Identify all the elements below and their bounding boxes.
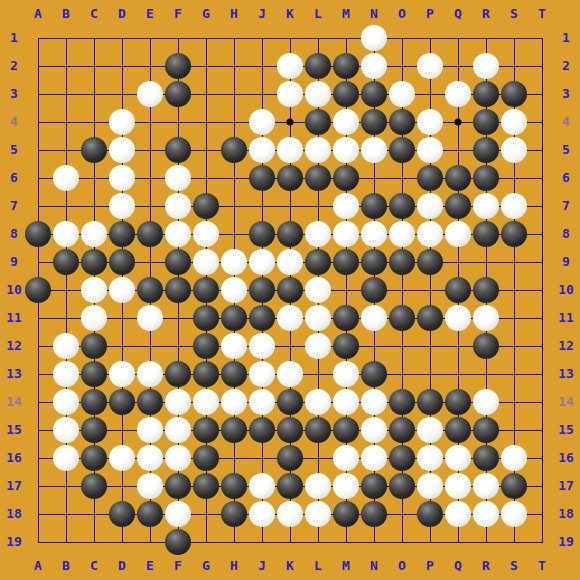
point-K16[interactable] <box>276 444 304 472</box>
point-N11[interactable] <box>360 304 388 332</box>
point-T5[interactable] <box>528 136 556 164</box>
point-A12[interactable] <box>24 332 52 360</box>
point-Q5[interactable] <box>444 136 472 164</box>
point-R4[interactable] <box>472 108 500 136</box>
point-L2[interactable] <box>304 52 332 80</box>
point-M2[interactable] <box>332 52 360 80</box>
point-C17[interactable] <box>80 472 108 500</box>
point-E15[interactable] <box>136 416 164 444</box>
point-N16[interactable] <box>360 444 388 472</box>
point-G3[interactable] <box>192 80 220 108</box>
point-B7[interactable] <box>52 192 80 220</box>
point-P10[interactable] <box>416 276 444 304</box>
point-J17[interactable] <box>248 472 276 500</box>
point-E5[interactable] <box>136 136 164 164</box>
point-E11[interactable] <box>136 304 164 332</box>
point-G8[interactable] <box>192 220 220 248</box>
point-K5[interactable] <box>276 136 304 164</box>
point-B14[interactable] <box>52 388 80 416</box>
point-Q6[interactable] <box>444 164 472 192</box>
point-K8[interactable] <box>276 220 304 248</box>
point-J8[interactable] <box>248 220 276 248</box>
point-G11[interactable] <box>192 304 220 332</box>
point-P11[interactable] <box>416 304 444 332</box>
point-G6[interactable] <box>192 164 220 192</box>
point-J16[interactable] <box>248 444 276 472</box>
point-H12[interactable] <box>220 332 248 360</box>
point-M12[interactable] <box>332 332 360 360</box>
point-Q3[interactable] <box>444 80 472 108</box>
point-P13[interactable] <box>416 360 444 388</box>
point-A18[interactable] <box>24 500 52 528</box>
point-G16[interactable] <box>192 444 220 472</box>
point-H7[interactable] <box>220 192 248 220</box>
point-J5[interactable] <box>248 136 276 164</box>
point-C9[interactable] <box>80 248 108 276</box>
point-E9[interactable] <box>136 248 164 276</box>
point-H11[interactable] <box>220 304 248 332</box>
point-C7[interactable] <box>80 192 108 220</box>
point-R15[interactable] <box>472 416 500 444</box>
point-L8[interactable] <box>304 220 332 248</box>
point-A14[interactable] <box>24 388 52 416</box>
point-Q9[interactable] <box>444 248 472 276</box>
point-M18[interactable] <box>332 500 360 528</box>
point-L14[interactable] <box>304 388 332 416</box>
point-O9[interactable] <box>388 248 416 276</box>
point-O7[interactable] <box>388 192 416 220</box>
point-M19[interactable] <box>332 528 360 556</box>
point-B6[interactable] <box>52 164 80 192</box>
point-H6[interactable] <box>220 164 248 192</box>
point-S11[interactable] <box>500 304 528 332</box>
point-T3[interactable] <box>528 80 556 108</box>
point-O16[interactable] <box>388 444 416 472</box>
point-D3[interactable] <box>108 80 136 108</box>
point-M1[interactable] <box>332 24 360 52</box>
point-K19[interactable] <box>276 528 304 556</box>
point-T2[interactable] <box>528 52 556 80</box>
point-S2[interactable] <box>500 52 528 80</box>
point-D15[interactable] <box>108 416 136 444</box>
point-J1[interactable] <box>248 24 276 52</box>
point-T7[interactable] <box>528 192 556 220</box>
point-S7[interactable] <box>500 192 528 220</box>
point-T1[interactable] <box>528 24 556 52</box>
point-S15[interactable] <box>500 416 528 444</box>
point-P4[interactable] <box>416 108 444 136</box>
point-N14[interactable] <box>360 388 388 416</box>
point-E17[interactable] <box>136 472 164 500</box>
point-S16[interactable] <box>500 444 528 472</box>
point-C19[interactable] <box>80 528 108 556</box>
point-P2[interactable] <box>416 52 444 80</box>
point-N3[interactable] <box>360 80 388 108</box>
point-S8[interactable] <box>500 220 528 248</box>
point-L6[interactable] <box>304 164 332 192</box>
point-L10[interactable] <box>304 276 332 304</box>
point-N2[interactable] <box>360 52 388 80</box>
point-K7[interactable] <box>276 192 304 220</box>
point-O11[interactable] <box>388 304 416 332</box>
point-Q15[interactable] <box>444 416 472 444</box>
point-C4[interactable] <box>80 108 108 136</box>
point-E19[interactable] <box>136 528 164 556</box>
point-L16[interactable] <box>304 444 332 472</box>
point-D17[interactable] <box>108 472 136 500</box>
point-G19[interactable] <box>192 528 220 556</box>
point-K12[interactable] <box>276 332 304 360</box>
point-M3[interactable] <box>332 80 360 108</box>
point-M17[interactable] <box>332 472 360 500</box>
point-Q8[interactable] <box>444 220 472 248</box>
point-Q16[interactable] <box>444 444 472 472</box>
point-A2[interactable] <box>24 52 52 80</box>
point-Q13[interactable] <box>444 360 472 388</box>
point-H13[interactable] <box>220 360 248 388</box>
point-E13[interactable] <box>136 360 164 388</box>
point-H14[interactable] <box>220 388 248 416</box>
point-C8[interactable] <box>80 220 108 248</box>
point-L5[interactable] <box>304 136 332 164</box>
point-F2[interactable] <box>164 52 192 80</box>
point-M8[interactable] <box>332 220 360 248</box>
point-S10[interactable] <box>500 276 528 304</box>
point-N15[interactable] <box>360 416 388 444</box>
point-D13[interactable] <box>108 360 136 388</box>
point-C13[interactable] <box>80 360 108 388</box>
point-E2[interactable] <box>136 52 164 80</box>
point-T10[interactable] <box>528 276 556 304</box>
point-R10[interactable] <box>472 276 500 304</box>
point-E8[interactable] <box>136 220 164 248</box>
point-H15[interactable] <box>220 416 248 444</box>
point-M6[interactable] <box>332 164 360 192</box>
point-M15[interactable] <box>332 416 360 444</box>
point-S13[interactable] <box>500 360 528 388</box>
point-O17[interactable] <box>388 472 416 500</box>
point-G17[interactable] <box>192 472 220 500</box>
point-D2[interactable] <box>108 52 136 80</box>
point-S3[interactable] <box>500 80 528 108</box>
point-E6[interactable] <box>136 164 164 192</box>
point-P17[interactable] <box>416 472 444 500</box>
point-S4[interactable] <box>500 108 528 136</box>
point-M7[interactable] <box>332 192 360 220</box>
point-T12[interactable] <box>528 332 556 360</box>
point-S9[interactable] <box>500 248 528 276</box>
point-H16[interactable] <box>220 444 248 472</box>
point-H9[interactable] <box>220 248 248 276</box>
point-Q1[interactable] <box>444 24 472 52</box>
point-L17[interactable] <box>304 472 332 500</box>
point-N9[interactable] <box>360 248 388 276</box>
point-R5[interactable] <box>472 136 500 164</box>
point-H10[interactable] <box>220 276 248 304</box>
point-A3[interactable] <box>24 80 52 108</box>
point-K17[interactable] <box>276 472 304 500</box>
point-F18[interactable] <box>164 500 192 528</box>
point-F3[interactable] <box>164 80 192 108</box>
point-F6[interactable] <box>164 164 192 192</box>
point-D10[interactable] <box>108 276 136 304</box>
point-D11[interactable] <box>108 304 136 332</box>
point-J6[interactable] <box>248 164 276 192</box>
point-G9[interactable] <box>192 248 220 276</box>
point-P5[interactable] <box>416 136 444 164</box>
point-P16[interactable] <box>416 444 444 472</box>
point-Q7[interactable] <box>444 192 472 220</box>
point-G13[interactable] <box>192 360 220 388</box>
point-F14[interactable] <box>164 388 192 416</box>
point-F5[interactable] <box>164 136 192 164</box>
point-H3[interactable] <box>220 80 248 108</box>
point-J15[interactable] <box>248 416 276 444</box>
point-Q12[interactable] <box>444 332 472 360</box>
point-A10[interactable] <box>24 276 52 304</box>
point-L15[interactable] <box>304 416 332 444</box>
point-Q14[interactable] <box>444 388 472 416</box>
point-F17[interactable] <box>164 472 192 500</box>
point-Q2[interactable] <box>444 52 472 80</box>
point-K11[interactable] <box>276 304 304 332</box>
point-M9[interactable] <box>332 248 360 276</box>
point-R11[interactable] <box>472 304 500 332</box>
point-F7[interactable] <box>164 192 192 220</box>
point-H8[interactable] <box>220 220 248 248</box>
point-E7[interactable] <box>136 192 164 220</box>
point-R14[interactable] <box>472 388 500 416</box>
point-L1[interactable] <box>304 24 332 52</box>
point-D8[interactable] <box>108 220 136 248</box>
point-A13[interactable] <box>24 360 52 388</box>
point-R3[interactable] <box>472 80 500 108</box>
point-R8[interactable] <box>472 220 500 248</box>
point-T4[interactable] <box>528 108 556 136</box>
point-M11[interactable] <box>332 304 360 332</box>
point-B3[interactable] <box>52 80 80 108</box>
point-F9[interactable] <box>164 248 192 276</box>
point-D18[interactable] <box>108 500 136 528</box>
point-G15[interactable] <box>192 416 220 444</box>
point-D19[interactable] <box>108 528 136 556</box>
point-O19[interactable] <box>388 528 416 556</box>
point-R7[interactable] <box>472 192 500 220</box>
point-O13[interactable] <box>388 360 416 388</box>
point-A8[interactable] <box>24 220 52 248</box>
point-G14[interactable] <box>192 388 220 416</box>
point-G2[interactable] <box>192 52 220 80</box>
point-G5[interactable] <box>192 136 220 164</box>
point-N13[interactable] <box>360 360 388 388</box>
point-O10[interactable] <box>388 276 416 304</box>
point-B2[interactable] <box>52 52 80 80</box>
point-F15[interactable] <box>164 416 192 444</box>
point-R2[interactable] <box>472 52 500 80</box>
point-N6[interactable] <box>360 164 388 192</box>
point-T14[interactable] <box>528 388 556 416</box>
point-H2[interactable] <box>220 52 248 80</box>
point-A6[interactable] <box>24 164 52 192</box>
point-A11[interactable] <box>24 304 52 332</box>
point-S14[interactable] <box>500 388 528 416</box>
point-O14[interactable] <box>388 388 416 416</box>
point-F11[interactable] <box>164 304 192 332</box>
point-E10[interactable] <box>136 276 164 304</box>
point-Q18[interactable] <box>444 500 472 528</box>
point-T16[interactable] <box>528 444 556 472</box>
point-F12[interactable] <box>164 332 192 360</box>
point-J3[interactable] <box>248 80 276 108</box>
point-J4[interactable] <box>248 108 276 136</box>
point-B10[interactable] <box>52 276 80 304</box>
point-K13[interactable] <box>276 360 304 388</box>
point-O15[interactable] <box>388 416 416 444</box>
point-P14[interactable] <box>416 388 444 416</box>
point-P19[interactable] <box>416 528 444 556</box>
point-K10[interactable] <box>276 276 304 304</box>
point-Q17[interactable] <box>444 472 472 500</box>
point-L9[interactable] <box>304 248 332 276</box>
point-T11[interactable] <box>528 304 556 332</box>
point-R17[interactable] <box>472 472 500 500</box>
point-T13[interactable] <box>528 360 556 388</box>
point-P3[interactable] <box>416 80 444 108</box>
point-G4[interactable] <box>192 108 220 136</box>
point-T18[interactable] <box>528 500 556 528</box>
point-N1[interactable] <box>360 24 388 52</box>
point-O8[interactable] <box>388 220 416 248</box>
point-F19[interactable] <box>164 528 192 556</box>
point-C5[interactable] <box>80 136 108 164</box>
point-L18[interactable] <box>304 500 332 528</box>
point-P7[interactable] <box>416 192 444 220</box>
point-P6[interactable] <box>416 164 444 192</box>
point-H17[interactable] <box>220 472 248 500</box>
point-E14[interactable] <box>136 388 164 416</box>
point-B13[interactable] <box>52 360 80 388</box>
point-T15[interactable] <box>528 416 556 444</box>
point-K2[interactable] <box>276 52 304 80</box>
point-F8[interactable] <box>164 220 192 248</box>
point-L4[interactable] <box>304 108 332 136</box>
point-P12[interactable] <box>416 332 444 360</box>
point-B15[interactable] <box>52 416 80 444</box>
point-O4[interactable] <box>388 108 416 136</box>
point-Q4[interactable] <box>444 108 472 136</box>
point-Q11[interactable] <box>444 304 472 332</box>
point-P8[interactable] <box>416 220 444 248</box>
point-L13[interactable] <box>304 360 332 388</box>
point-R13[interactable] <box>472 360 500 388</box>
point-N5[interactable] <box>360 136 388 164</box>
point-A1[interactable] <box>24 24 52 52</box>
point-P18[interactable] <box>416 500 444 528</box>
point-K14[interactable] <box>276 388 304 416</box>
point-B18[interactable] <box>52 500 80 528</box>
point-D6[interactable] <box>108 164 136 192</box>
point-N19[interactable] <box>360 528 388 556</box>
point-C2[interactable] <box>80 52 108 80</box>
point-H19[interactable] <box>220 528 248 556</box>
point-F10[interactable] <box>164 276 192 304</box>
point-B9[interactable] <box>52 248 80 276</box>
point-B8[interactable] <box>52 220 80 248</box>
point-E16[interactable] <box>136 444 164 472</box>
point-C16[interactable] <box>80 444 108 472</box>
point-D16[interactable] <box>108 444 136 472</box>
point-G12[interactable] <box>192 332 220 360</box>
point-N12[interactable] <box>360 332 388 360</box>
point-F1[interactable] <box>164 24 192 52</box>
point-A16[interactable] <box>24 444 52 472</box>
point-P15[interactable] <box>416 416 444 444</box>
point-A7[interactable] <box>24 192 52 220</box>
point-A5[interactable] <box>24 136 52 164</box>
point-C11[interactable] <box>80 304 108 332</box>
point-J10[interactable] <box>248 276 276 304</box>
point-C12[interactable] <box>80 332 108 360</box>
point-O12[interactable] <box>388 332 416 360</box>
point-E3[interactable] <box>136 80 164 108</box>
point-P9[interactable] <box>416 248 444 276</box>
point-H1[interactable] <box>220 24 248 52</box>
point-K18[interactable] <box>276 500 304 528</box>
point-J9[interactable] <box>248 248 276 276</box>
point-L12[interactable] <box>304 332 332 360</box>
point-C6[interactable] <box>80 164 108 192</box>
point-M14[interactable] <box>332 388 360 416</box>
point-M4[interactable] <box>332 108 360 136</box>
point-T17[interactable] <box>528 472 556 500</box>
point-N17[interactable] <box>360 472 388 500</box>
point-J14[interactable] <box>248 388 276 416</box>
point-K1[interactable] <box>276 24 304 52</box>
point-C10[interactable] <box>80 276 108 304</box>
point-J2[interactable] <box>248 52 276 80</box>
point-G1[interactable] <box>192 24 220 52</box>
point-T9[interactable] <box>528 248 556 276</box>
point-J7[interactable] <box>248 192 276 220</box>
point-C18[interactable] <box>80 500 108 528</box>
point-R12[interactable] <box>472 332 500 360</box>
point-B5[interactable] <box>52 136 80 164</box>
point-O18[interactable] <box>388 500 416 528</box>
point-O1[interactable] <box>388 24 416 52</box>
point-D12[interactable] <box>108 332 136 360</box>
point-R18[interactable] <box>472 500 500 528</box>
point-Q10[interactable] <box>444 276 472 304</box>
point-M10[interactable] <box>332 276 360 304</box>
point-S6[interactable] <box>500 164 528 192</box>
point-O2[interactable] <box>388 52 416 80</box>
point-R19[interactable] <box>472 528 500 556</box>
point-S18[interactable] <box>500 500 528 528</box>
point-R6[interactable] <box>472 164 500 192</box>
point-D14[interactable] <box>108 388 136 416</box>
point-O6[interactable] <box>388 164 416 192</box>
point-A9[interactable] <box>24 248 52 276</box>
point-P1[interactable] <box>416 24 444 52</box>
point-B4[interactable] <box>52 108 80 136</box>
point-D9[interactable] <box>108 248 136 276</box>
point-C15[interactable] <box>80 416 108 444</box>
point-M16[interactable] <box>332 444 360 472</box>
point-D7[interactable] <box>108 192 136 220</box>
point-E1[interactable] <box>136 24 164 52</box>
point-S12[interactable] <box>500 332 528 360</box>
point-N7[interactable] <box>360 192 388 220</box>
